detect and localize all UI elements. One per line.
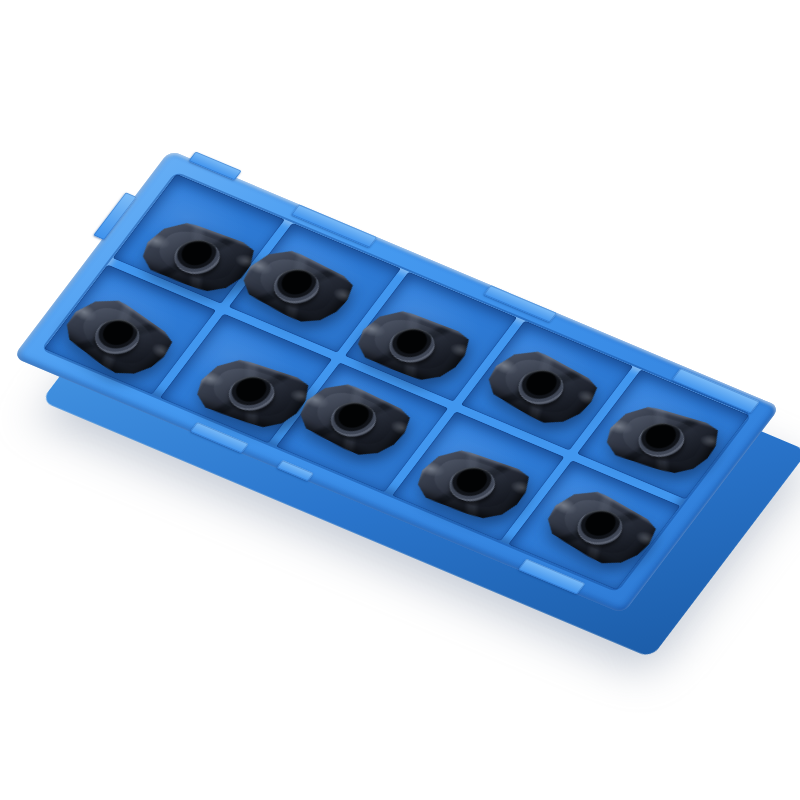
latch-tab	[188, 151, 241, 180]
product-photo	[0, 0, 800, 800]
